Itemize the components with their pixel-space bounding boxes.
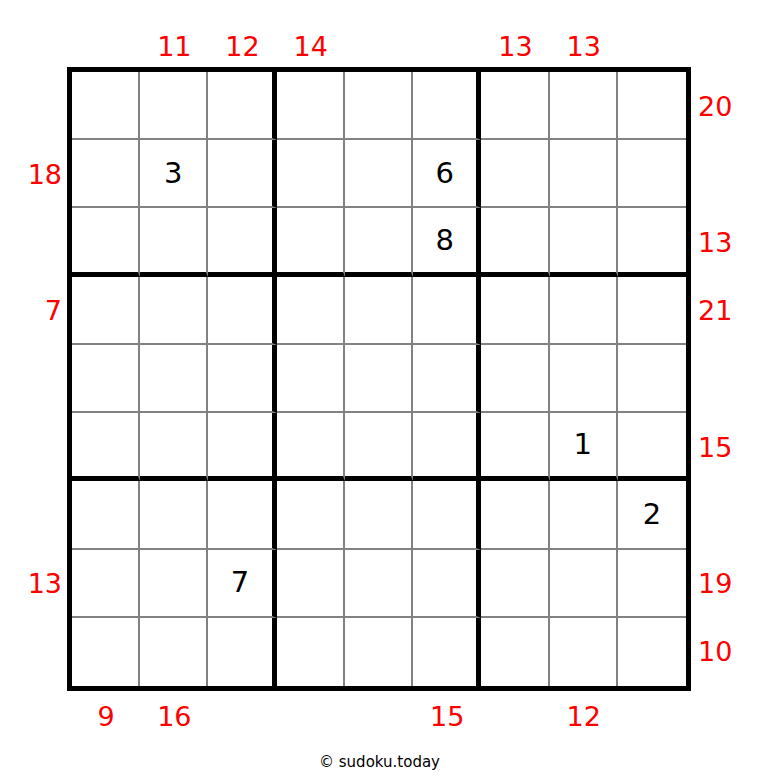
cell-r7c8[interactable] — [550, 481, 618, 549]
cell-r8c1[interactable] — [72, 550, 140, 618]
right-sum-clues: 201321151910 — [698, 72, 759, 686]
cell-r9c6[interactable] — [413, 618, 481, 686]
cell-r2c5[interactable] — [345, 140, 413, 208]
cell-r9c7[interactable] — [481, 618, 549, 686]
cell-r4c4[interactable] — [277, 277, 345, 345]
bottom-col-6-sum-clue: 15 — [430, 696, 464, 730]
cell-r2c4[interactable] — [277, 140, 345, 208]
cell-r7c1[interactable] — [72, 481, 140, 549]
puzzle-page: 1112141313 18713 368127 201321151910 916… — [0, 0, 759, 779]
cell-r4c3[interactable] — [208, 277, 276, 345]
cell-r7c2[interactable] — [140, 481, 208, 549]
given-digit: 2 — [643, 500, 661, 529]
cell-r5c9[interactable] — [618, 345, 686, 413]
cell-r4c8[interactable] — [550, 277, 618, 345]
cell-r4c5[interactable] — [345, 277, 413, 345]
bottom-col-8-sum-clue: 12 — [566, 696, 600, 730]
cell-r5c7[interactable] — [481, 345, 549, 413]
cell-r4c9[interactable] — [618, 277, 686, 345]
top-col-7-sum-clue: 13 — [498, 33, 532, 63]
cell-r1c6[interactable] — [413, 72, 481, 140]
cell-r5c4[interactable] — [277, 345, 345, 413]
cell-r3c5[interactable] — [345, 208, 413, 276]
cell-r4c7[interactable] — [481, 277, 549, 345]
cell-r2c7[interactable] — [481, 140, 549, 208]
given-digit: 1 — [573, 430, 591, 459]
cell-r3c1[interactable] — [72, 208, 140, 276]
cell-r7c6[interactable] — [413, 481, 481, 549]
cell-r6c7[interactable] — [481, 413, 549, 481]
right-row-1-sum-clue: 20 — [698, 93, 732, 120]
right-row-8-sum-clue: 19 — [698, 570, 732, 597]
cell-r7c7[interactable] — [481, 481, 549, 549]
cell-r8c6[interactable] — [413, 550, 481, 618]
cell-r9c2[interactable] — [140, 618, 208, 686]
cell-r2c9[interactable] — [618, 140, 686, 208]
cell-r8c5[interactable] — [345, 550, 413, 618]
cell-r2c2[interactable]: 3 — [140, 140, 208, 208]
given-digit: 7 — [231, 568, 249, 597]
cell-r4c6[interactable] — [413, 277, 481, 345]
cell-r5c8[interactable] — [550, 345, 618, 413]
cell-r8c9[interactable] — [618, 550, 686, 618]
given-digit: 6 — [435, 159, 453, 188]
cell-r9c9[interactable] — [618, 618, 686, 686]
cell-r8c2[interactable] — [140, 550, 208, 618]
cell-r8c3[interactable]: 7 — [208, 550, 276, 618]
cell-r8c8[interactable] — [550, 550, 618, 618]
right-row-6-sum-clue: 15 — [698, 434, 732, 461]
cell-r8c7[interactable] — [481, 550, 549, 618]
cell-r6c8[interactable]: 1 — [550, 413, 618, 481]
cell-r7c4[interactable] — [277, 481, 345, 549]
cell-r6c6[interactable] — [413, 413, 481, 481]
cell-r6c2[interactable] — [140, 413, 208, 481]
cell-r9c8[interactable] — [550, 618, 618, 686]
cell-r6c3[interactable] — [208, 413, 276, 481]
cell-r1c5[interactable] — [345, 72, 413, 140]
cell-r5c6[interactable] — [413, 345, 481, 413]
cell-r5c2[interactable] — [140, 345, 208, 413]
copyright-text: © sudoku.today — [0, 753, 759, 771]
cell-r1c9[interactable] — [618, 72, 686, 140]
cell-r5c5[interactable] — [345, 345, 413, 413]
cell-r5c1[interactable] — [72, 345, 140, 413]
cell-r6c5[interactable] — [345, 413, 413, 481]
cell-r2c8[interactable] — [550, 140, 618, 208]
sudoku-board: 368127 — [67, 67, 691, 691]
cell-r7c5[interactable] — [345, 481, 413, 549]
cell-r3c7[interactable] — [481, 208, 549, 276]
cell-r3c8[interactable] — [550, 208, 618, 276]
bottom-sum-clues: 9161512 — [72, 696, 686, 738]
bottom-col-2-sum-clue: 16 — [157, 696, 191, 730]
cell-r9c1[interactable] — [72, 618, 140, 686]
top-sum-clues: 1112141313 — [72, 0, 686, 63]
cell-r7c3[interactable] — [208, 481, 276, 549]
cell-r8c4[interactable] — [277, 550, 345, 618]
cell-r6c1[interactable] — [72, 413, 140, 481]
cell-r4c2[interactable] — [140, 277, 208, 345]
cell-r3c3[interactable] — [208, 208, 276, 276]
cell-r1c4[interactable] — [277, 72, 345, 140]
cell-r1c2[interactable] — [140, 72, 208, 140]
right-row-9-sum-clue: 10 — [698, 638, 732, 665]
cell-r3c2[interactable] — [140, 208, 208, 276]
cell-r5c3[interactable] — [208, 345, 276, 413]
cell-r3c6[interactable]: 8 — [413, 208, 481, 276]
cell-r6c9[interactable] — [618, 413, 686, 481]
top-col-4-sum-clue: 14 — [294, 33, 328, 63]
cell-r6c4[interactable] — [277, 413, 345, 481]
left-row-2-sum-clue: 18 — [28, 161, 62, 188]
top-col-8-sum-clue: 13 — [566, 33, 600, 63]
right-row-3-sum-clue: 13 — [698, 229, 732, 256]
cell-r1c3[interactable] — [208, 72, 276, 140]
top-col-3-sum-clue: 12 — [225, 33, 259, 63]
cell-r9c3[interactable] — [208, 618, 276, 686]
left-row-4-sum-clue: 7 — [45, 297, 62, 324]
cell-r3c4[interactable] — [277, 208, 345, 276]
right-row-4-sum-clue: 21 — [698, 297, 732, 324]
given-digit: 8 — [435, 226, 453, 255]
cell-r9c4[interactable] — [277, 618, 345, 686]
cell-r2c6[interactable]: 6 — [413, 140, 481, 208]
left-row-8-sum-clue: 13 — [28, 570, 62, 597]
cell-r1c7[interactable] — [481, 72, 549, 140]
cell-r1c1[interactable] — [72, 72, 140, 140]
cell-r9c5[interactable] — [345, 618, 413, 686]
given-digit: 3 — [164, 159, 182, 188]
cell-r7c9[interactable]: 2 — [618, 481, 686, 549]
cell-r2c1[interactable] — [72, 140, 140, 208]
left-sum-clues: 18713 — [0, 72, 62, 686]
cell-r3c9[interactable] — [618, 208, 686, 276]
cell-r2c3[interactable] — [208, 140, 276, 208]
bottom-col-1-sum-clue: 9 — [98, 696, 115, 730]
top-col-2-sum-clue: 11 — [157, 33, 191, 63]
cell-r4c1[interactable] — [72, 277, 140, 345]
cell-r1c8[interactable] — [550, 72, 618, 140]
